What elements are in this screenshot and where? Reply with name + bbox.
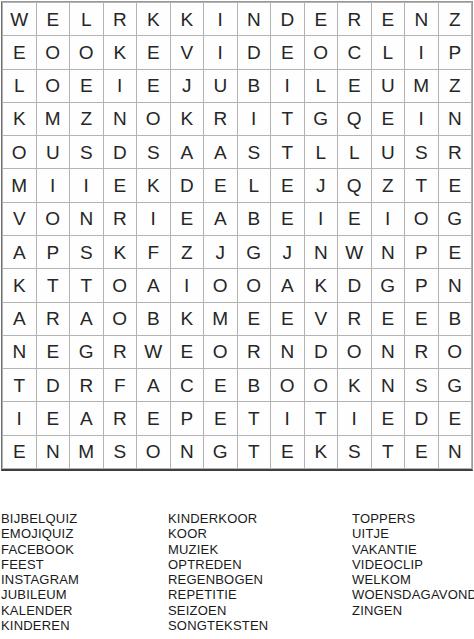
grid-cell-r8c2[interactable]: P [37,236,70,268]
grid-cell-r2c8[interactable]: D [238,36,271,68]
grid-cell-r6c6[interactable]: D [171,169,204,201]
grid-cell-r1c6[interactable]: K [171,3,204,35]
grid-cell-r1c9[interactable]: D [271,3,304,35]
grid-cell-r9c13[interactable]: P [405,269,438,301]
grid-cell-r3c9[interactable]: I [271,70,304,102]
grid-cell-r2c5[interactable]: E [137,36,170,68]
grid-cell-r12c6[interactable]: C [171,369,204,401]
grid-cell-r8c8[interactable]: G [238,236,271,268]
grid-cell-r12c11[interactable]: K [338,369,371,401]
word-list-item: KINDEREN [1,618,79,633]
grid-cell-r5c6[interactable]: A [171,136,204,168]
grid-cell-r4c11[interactable]: Q [338,103,371,135]
grid-cell-r3c2[interactable]: O [37,70,70,102]
grid-cell-r12c12[interactable]: N [372,369,405,401]
grid-cell-r5c5[interactable]: S [137,136,170,168]
word-list-item: KOOR [168,526,268,541]
grid-cell-r12c3[interactable]: R [70,369,103,401]
grid-cell-r4c7[interactable]: R [204,103,237,135]
grid-cell-r7c3[interactable]: N [70,203,103,235]
grid-cell-r14c11[interactable]: S [338,436,371,468]
grid-cell-r13c8[interactable]: T [238,402,271,434]
grid-cell-r9c3[interactable]: T [70,269,103,301]
grid-cell-r13c2[interactable]: E [37,402,70,434]
grid-cell-r8c1[interactable]: A [3,236,36,268]
grid-cell-r12c8[interactable]: B [238,369,271,401]
grid-cell-r8c6[interactable]: Z [171,236,204,268]
grid-cell-r8c3[interactable]: S [70,236,103,268]
grid-cell-r14c14[interactable]: N [439,436,472,468]
word-list: BIJBELQUIZ EMOJIQUIZ FACEBOOK FEEST INST… [0,511,474,639]
grid-cell-r9c10[interactable]: K [305,269,338,301]
grid-cell-r10c13[interactable]: E [405,303,438,335]
grid-cell-r10c5[interactable]: B [137,303,170,335]
grid-cell-r8c11[interactable]: W [338,236,371,268]
word-list-column-3: TOPPERS UITJE VAKANTIE VIDEOCLIP WELKOM … [352,511,474,618]
grid-cell-r10c12[interactable]: E [372,303,405,335]
grid-cell-r14c6[interactable]: N [171,436,204,468]
word-list-item: KALENDER [1,603,79,618]
grid-cell-r5c4[interactable]: D [104,136,137,168]
grid-cell-r7c6[interactable]: E [171,203,204,235]
word-list-item: INSTAGRAM [1,572,79,587]
grid-cell-r4c6[interactable]: K [171,103,204,135]
grid-cell-r3c8[interactable]: B [238,70,271,102]
grid-cell-r3c14[interactable]: Z [439,70,472,102]
grid-cell-r13c7[interactable]: E [204,402,237,434]
grid-cell-r1c8[interactable]: N [238,3,271,35]
grid-cell-r1c10[interactable]: E [305,3,338,35]
grid-cell-r7c14[interactable]: G [439,203,472,235]
grid-cell-r9c2[interactable]: T [37,269,70,301]
grid-cell-r6c10[interactable]: J [305,169,338,201]
grid-cell-r5c7[interactable]: A [204,136,237,168]
grid-cell-r2c6[interactable]: V [171,36,204,68]
grid-cell-r4c8[interactable]: I [238,103,271,135]
grid-cell-r10c1[interactable]: A [3,303,36,335]
grid-cell-r13c11[interactable]: I [338,402,371,434]
grid-cell-r12c2[interactable]: D [37,369,70,401]
grid-cell-r7c7[interactable]: A [204,203,237,235]
grid-cell-r1c12[interactable]: E [372,3,405,35]
word-list-item: EMOJIQUIZ [1,526,79,541]
grid-cell-r4c10[interactable]: G [305,103,338,135]
grid-cell-r6c1[interactable]: M [3,169,36,201]
word-search-grid: WELRKKINDERENZEOOKEVIDEOCLIPLOEIEJUBILEU… [1,1,473,471]
grid-cell-r6c2[interactable]: I [37,169,70,201]
grid-cell-r9c1[interactable]: K [3,269,36,301]
grid-cell-r3c1[interactable]: L [3,70,36,102]
grid-cell-r11c1[interactable]: N [3,336,36,368]
grid-cell-r2c14[interactable]: P [439,36,472,68]
grid-cell-r14c13[interactable]: E [405,436,438,468]
grid-cell-r10c10[interactable]: V [305,303,338,335]
grid-cell-r6c3[interactable]: I [70,169,103,201]
grid-cell-r12c7[interactable]: E [204,369,237,401]
word-list-item: SONGTEKSTEN [168,618,268,633]
grid-cell-r13c13[interactable]: D [405,402,438,434]
grid-cell-r9c12[interactable]: G [372,269,405,301]
grid-cell-r2c12[interactable]: L [372,36,405,68]
grid-cell-r10c3[interactable]: A [70,303,103,335]
grid-cell-r7c1[interactable]: V [3,203,36,235]
grid-cell-r5c12[interactable]: U [372,136,405,168]
word-list-item: UITJE [352,526,474,541]
grid-cell-r10c7[interactable]: M [204,303,237,335]
grid-cell-r4c12[interactable]: E [372,103,405,135]
grid-cell-r14c4[interactable]: S [104,436,137,468]
grid-cell-r12c13[interactable]: S [405,369,438,401]
grid-cell-r6c4[interactable]: E [104,169,137,201]
grid-cell-r12c9[interactable]: O [271,369,304,401]
grid-cell-r11c3[interactable]: G [70,336,103,368]
grid-cell-r10c9[interactable]: E [271,303,304,335]
grid-cell-r7c8[interactable]: B [238,203,271,235]
grid-cell-r6c11[interactable]: Q [338,169,371,201]
grid-cell-r11c11[interactable]: O [338,336,371,368]
grid-cell-r14c5[interactable]: O [137,436,170,468]
grid-cell-r12c4[interactable]: F [104,369,137,401]
grid-cell-r9c7[interactable]: O [204,269,237,301]
grid-cell-r14c3[interactable]: M [70,436,103,468]
word-list-item: TOPPERS [352,511,474,526]
grid-cell-r3c3[interactable]: E [70,70,103,102]
grid-cell-r6c7[interactable]: E [204,169,237,201]
grid-cell-r5c8[interactable]: S [238,136,271,168]
grid-cell-r5c2[interactable]: U [37,136,70,168]
grid-cell-r14c8[interactable]: T [238,436,271,468]
grid-cell-r13c4[interactable]: R [104,402,137,434]
grid-cell-r3c5[interactable]: E [137,70,170,102]
grid-cell-r3c4[interactable]: I [104,70,137,102]
grid-cell-r3c11[interactable]: E [338,70,371,102]
grid-cell-r3c12[interactable]: U [372,70,405,102]
grid-cell-r3c10[interactable]: L [305,70,338,102]
word-list-item: SEIZOEN [168,603,268,618]
grid-cell-r7c9[interactable]: E [271,203,304,235]
grid-cell-r10c14[interactable]: B [439,303,472,335]
grid-cell-r6c9[interactable]: E [271,169,304,201]
grid-cell-r13c3[interactable]: A [70,402,103,434]
grid-cell-r4c4[interactable]: N [104,103,137,135]
grid-cell-r9c4[interactable]: O [104,269,137,301]
grid-cell-r4c1[interactable]: K [3,103,36,135]
grid-cell-r4c13[interactable]: I [405,103,438,135]
grid-cell-r14c10[interactable]: K [305,436,338,468]
grid-cell-r11c6[interactable]: E [171,336,204,368]
grid-cell-r6c12[interactable]: Z [372,169,405,201]
grid-cell-r11c4[interactable]: R [104,336,137,368]
grid-cell-r13c14[interactable]: E [439,402,472,434]
grid-cell-r2c7[interactable]: I [204,36,237,68]
grid-cell-r12c14[interactable]: G [439,369,472,401]
grid-cell-r14c9[interactable]: E [271,436,304,468]
grid-cell-r13c5[interactable]: E [137,402,170,434]
word-list-item: ZINGEN [352,603,474,618]
grid-cell-r2c2[interactable]: O [37,36,70,68]
grid-cell-r4c5[interactable]: O [137,103,170,135]
grid-cell-r10c8[interactable]: E [238,303,271,335]
grid-cell-r11c9[interactable]: N [271,336,304,368]
word-list-item: REGENBOGEN [168,572,268,587]
grid-cell-r4c9[interactable]: T [271,103,304,135]
grid-cell-r11c8[interactable]: R [238,336,271,368]
grid-cell-r13c1[interactable]: I [3,402,36,434]
grid-cell-r4c2[interactable]: M [37,103,70,135]
grid-cell-r2c11[interactable]: C [338,36,371,68]
grid-cell-r5c1[interactable]: O [3,136,36,168]
grid-cell-r5c14[interactable]: R [439,136,472,168]
word-list-item: OPTREDEN [168,557,268,572]
grid-cell-r8c9[interactable]: J [271,236,304,268]
grid-cell-r13c10[interactable]: T [305,402,338,434]
grid-cell-r11c7[interactable]: O [204,336,237,368]
grid-cell-r8c7[interactable]: J [204,236,237,268]
grid-cell-r7c13[interactable]: O [405,203,438,235]
grid-cell-r1c11[interactable]: R [338,3,371,35]
grid-cell-r14c2[interactable]: N [37,436,70,468]
word-list-item: VAKANTIE [352,542,474,557]
grid-cell-r9c6[interactable]: I [171,269,204,301]
grid-cell-r3c6[interactable]: J [171,70,204,102]
grid-cell-r2c4[interactable]: K [104,36,137,68]
grid-cell-r12c10[interactable]: O [305,369,338,401]
grid-cell-r11c2[interactable]: E [37,336,70,368]
grid-cell-r2c13[interactable]: I [405,36,438,68]
grid-cell-r9c5[interactable]: A [137,269,170,301]
grid-cell-r1c7[interactable]: I [204,3,237,35]
grid-cell-r11c5[interactable]: W [137,336,170,368]
grid-cell-r5c13[interactable]: S [405,136,438,168]
grid-cell-r11c13[interactable]: R [405,336,438,368]
grid-cell-r3c7[interactable]: U [204,70,237,102]
grid-cell-r3c13[interactable]: M [405,70,438,102]
word-list-column-2: KINDERKOOR KOOR MUZIEK OPTREDEN REGENBOG… [168,511,268,633]
word-list-item: WOENSDAGAVOND [352,587,474,602]
word-list-item: BIJBELQUIZ [1,511,79,526]
grid-cell-r10c2[interactable]: R [37,303,70,335]
grid-cell-r8c14[interactable]: E [439,236,472,268]
word-list-item: WELKOM [352,572,474,587]
grid-cell-r4c14[interactable]: N [439,103,472,135]
grid-cell-r13c9[interactable]: I [271,402,304,434]
grid-cell-r2c9[interactable]: E [271,36,304,68]
word-list-item: REPETITIE [168,587,268,602]
grid-cell-r2c1[interactable]: E [3,36,36,68]
grid-cell-r5c10[interactable]: L [305,136,338,168]
grid-cell-r7c4[interactable]: R [104,203,137,235]
grid-cell-r9c14[interactable]: N [439,269,472,301]
grid-cell-r5c3[interactable]: S [70,136,103,168]
grid-cell-r1c2[interactable]: E [37,3,70,35]
grid-cell-r1c3[interactable]: L [70,3,103,35]
grid-cell-r1c14[interactable]: Z [439,3,472,35]
grid-cell-r10c4[interactable]: O [104,303,137,335]
grid-cell-r11c12[interactable]: N [372,336,405,368]
grid-cell-r7c10[interactable]: I [305,203,338,235]
grid-cell-r8c10[interactable]: N [305,236,338,268]
word-list-item: MUZIEK [168,542,268,557]
grid-cell-r10c11[interactable]: R [338,303,371,335]
grid-cell-r5c11[interactable]: L [338,136,371,168]
grid-cell-r8c13[interactable]: P [405,236,438,268]
grid-cell-r6c14[interactable]: E [439,169,472,201]
word-list-item: JUBILEUM [1,587,79,602]
grid-cell-r11c10[interactable]: D [305,336,338,368]
grid-cell-r8c12[interactable]: N [372,236,405,268]
grid-cell-r1c4[interactable]: R [104,3,137,35]
grid-cell-r4c3[interactable]: Z [70,103,103,135]
grid-cell-r9c11[interactable]: D [338,269,371,301]
word-list-item: FACEBOOK [1,542,79,557]
grid-cell-r12c5[interactable]: A [137,369,170,401]
grid-cell-r7c11[interactable]: E [338,203,371,235]
grid-cell-r14c7[interactable]: G [204,436,237,468]
grid-cell-r6c8[interactable]: L [238,169,271,201]
grid-cell-r6c5[interactable]: K [137,169,170,201]
grid-cell-r5c9[interactable]: T [271,136,304,168]
grid-cell-r9c8[interactable]: O [238,269,271,301]
grid-cell-r7c5[interactable]: I [137,203,170,235]
grid-cell-r6c13[interactable]: T [405,169,438,201]
grid-cell-r14c12[interactable]: T [372,436,405,468]
grid-cell-r13c12[interactable]: E [372,402,405,434]
grid-cell-r14c1[interactable]: E [3,436,36,468]
grid-cell-r9c9[interactable]: A [271,269,304,301]
grid-cell-r8c5[interactable]: F [137,236,170,268]
grid-cell-r7c2[interactable]: O [37,203,70,235]
grid-cell-r10c6[interactable]: K [171,303,204,335]
grid-cell-r13c6[interactable]: P [171,402,204,434]
grid-cell-r7c12[interactable]: I [372,203,405,235]
grid-cell-r12c1[interactable]: T [3,369,36,401]
grid-cell-r8c4[interactable]: K [104,236,137,268]
grid-cell-r2c3[interactable]: O [70,36,103,68]
word-list-item: FEEST [1,557,79,572]
word-list-item: KINDERKOOR [168,511,268,526]
word-list-item: VIDEOCLIP [352,557,474,572]
grid-cell-r1c1[interactable]: W [3,3,36,35]
grid-cell-r1c13[interactable]: N [405,3,438,35]
grid-cell-r1c5[interactable]: K [137,3,170,35]
grid-cell-r2c10[interactable]: O [305,36,338,68]
word-list-column-1: BIJBELQUIZ EMOJIQUIZ FACEBOOK FEEST INST… [1,511,79,633]
grid-cell-r11c14[interactable]: O [439,336,472,368]
